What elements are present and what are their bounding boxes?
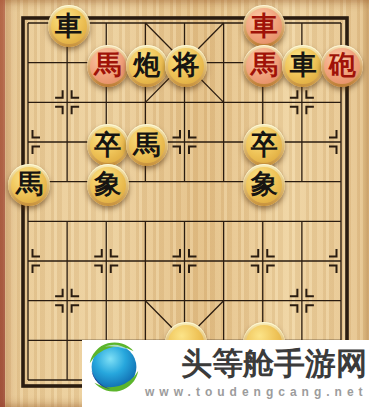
piece-black-chariot-b[interactable]: 車 (282, 45, 324, 87)
piece-red-horse-b[interactable]: 馬 (243, 45, 285, 87)
piece-character: 馬 (129, 127, 165, 163)
piece-character: 将 (168, 48, 204, 84)
piece-character: 車 (285, 48, 321, 84)
piece-black-soldier-a[interactable]: 卒 (87, 124, 129, 166)
piece-character: 馬 (246, 48, 282, 84)
watermark-banner: 头等舱手游网 www.toudengcang.net (82, 340, 369, 407)
piece-character: 車 (51, 8, 87, 44)
watermark-url: www.toudengcang.net (145, 385, 368, 399)
piece-character: 車 (246, 8, 282, 44)
piece-red-cannon[interactable]: 砲 (321, 45, 363, 87)
piece-character: 馬 (11, 167, 47, 203)
piece-black-chariot-a[interactable]: 車 (48, 5, 90, 47)
piece-red-horse-a[interactable]: 馬 (87, 45, 129, 87)
globe-swirl-logo-icon (86, 339, 142, 395)
piece-black-general[interactable]: 将 (165, 45, 207, 87)
watermark-site-name: 头等舱手游网 (181, 343, 367, 385)
piece-character: 象 (246, 167, 282, 203)
piece-black-elephant-b[interactable]: 象 (243, 164, 285, 206)
piece-black-horse-b[interactable]: 馬 (8, 164, 50, 206)
xiangqi-app-screenshot: 車車馬炮将馬車砲卒馬卒馬象象 头等舱手游网 www.toudengcang.ne… (0, 0, 369, 407)
piece-character: 砲 (324, 48, 360, 84)
piece-character: 卒 (90, 127, 126, 163)
piece-black-soldier-b[interactable]: 卒 (243, 124, 285, 166)
piece-character: 馬 (90, 48, 126, 84)
piece-red-chariot[interactable]: 車 (243, 5, 285, 47)
piece-black-horse-a[interactable]: 馬 (126, 124, 168, 166)
piece-character: 炮 (129, 48, 165, 84)
piece-character: 象 (90, 167, 126, 203)
piece-character: 卒 (246, 127, 282, 163)
piece-black-cannon[interactable]: 炮 (126, 45, 168, 87)
piece-black-elephant-a[interactable]: 象 (87, 164, 129, 206)
